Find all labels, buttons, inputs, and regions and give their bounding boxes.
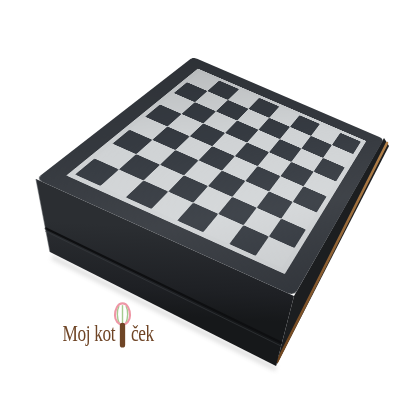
product-photo: Moj kot ček	[0, 0, 416, 406]
brand-watermark: Moj kot ček	[42, 301, 163, 349]
brand-text-right: ček	[131, 321, 154, 349]
brand-text-left: Moj kot	[62, 321, 115, 349]
